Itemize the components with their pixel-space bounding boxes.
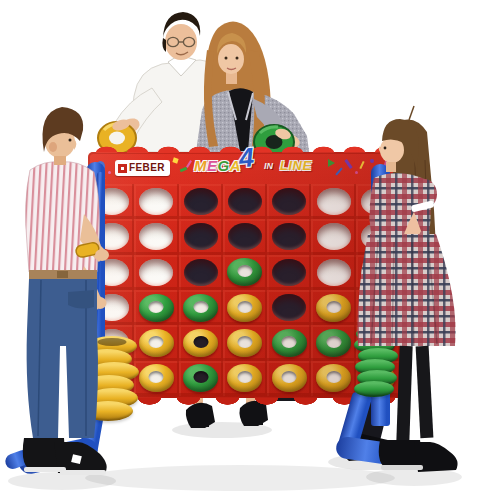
scene: FEBER MEGA 4 IN LINE — [0, 0, 482, 500]
girl — [357, 106, 457, 472]
boy-hand — [95, 249, 109, 261]
kids-layer — [0, 0, 482, 500]
boy — [23, 107, 109, 475]
